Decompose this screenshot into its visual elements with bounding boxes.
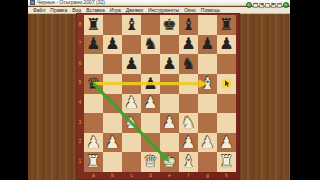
- square-e3[interactable]: ♟: [160, 113, 179, 133]
- square-g5[interactable]: ♝: [198, 74, 217, 94]
- square-c2[interactable]: [122, 133, 141, 153]
- record-button[interactable]: [246, 2, 252, 8]
- chess-app-window: Черные - Отыграно 2007 (32) Файл Правка …: [28, 0, 290, 180]
- square-a2[interactable]: ♟: [84, 133, 103, 153]
- first-move-button[interactable]: ⏮: [253, 3, 258, 8]
- square-a3[interactable]: [84, 113, 103, 133]
- file-label-g: g: [198, 173, 217, 180]
- square-g3[interactable]: [198, 113, 217, 133]
- square-c4[interactable]: ♟: [122, 94, 141, 114]
- piece-black-king: ♚: [162, 16, 176, 32]
- piece-black-rook: ♜: [86, 16, 100, 32]
- square-h8[interactable]: ♜: [217, 15, 236, 35]
- square-d3[interactable]: [141, 113, 160, 133]
- menu-item-window[interactable]: Окно: [184, 8, 196, 13]
- rank-label-5: 5: [76, 74, 84, 94]
- square-c7[interactable]: [122, 35, 141, 55]
- file-labels: abcdefgh: [84, 173, 236, 180]
- rank-label-3: 3: [76, 113, 84, 133]
- square-h7[interactable]: ♟: [217, 35, 236, 55]
- rank-label-2: 2: [76, 133, 84, 153]
- square-e2[interactable]: [160, 133, 179, 153]
- file-label-d: d: [141, 173, 160, 180]
- piece-white-rook: ♜: [219, 154, 233, 170]
- piece-black-pawn: ♟: [200, 36, 214, 52]
- square-d2[interactable]: [141, 133, 160, 153]
- square-c1[interactable]: [122, 152, 141, 172]
- menu-item-file[interactable]: Файл: [33, 8, 45, 13]
- menu-item-insert[interactable]: Вставка: [86, 8, 105, 13]
- letterbox-right: [290, 0, 320, 180]
- piece-black-knight: ♞: [143, 36, 157, 52]
- square-f2[interactable]: ♟: [179, 133, 198, 153]
- file-label-c: c: [122, 173, 141, 180]
- square-g7[interactable]: ♟: [198, 35, 217, 55]
- piece-white-king: ♚: [162, 154, 176, 170]
- square-h4[interactable]: [217, 94, 236, 114]
- menu-item-game[interactable]: Игра: [110, 8, 121, 13]
- square-h3[interactable]: [217, 113, 236, 133]
- last-move-button[interactable]: ⏭: [277, 3, 282, 8]
- menu-item-help[interactable]: Помощь: [201, 8, 220, 13]
- square-c5[interactable]: [122, 74, 141, 94]
- square-e6[interactable]: ♟: [160, 54, 179, 74]
- stop-button[interactable]: ▪: [265, 3, 270, 8]
- square-e8[interactable]: ♚: [160, 15, 179, 35]
- square-f1[interactable]: ♝: [179, 152, 198, 172]
- square-f6[interactable]: ♞: [179, 54, 198, 74]
- square-g6[interactable]: [198, 54, 217, 74]
- square-b1[interactable]: [103, 152, 122, 172]
- square-f3[interactable]: ♞: [179, 113, 198, 133]
- square-e4[interactable]: [160, 94, 179, 114]
- square-e1[interactable]: ♚: [160, 152, 179, 172]
- piece-white-pawn: ♟: [162, 114, 176, 130]
- file-label-e: e: [160, 173, 179, 180]
- piece-black-pawn: ♟: [181, 36, 195, 52]
- piece-white-pawn: ♟: [219, 134, 233, 150]
- piece-white-bishop: ♝: [181, 154, 195, 170]
- square-d6[interactable]: [141, 54, 160, 74]
- piece-white-pawn: ♟: [105, 134, 119, 150]
- chess-board: 87654321 ♜♝♚♝♜♟♟♞♟♟♟♟♟♞♛♟♝♟♟♞♟♞♟♟♟♟♟♜♛♚♝…: [76, 13, 240, 180]
- square-a8[interactable]: ♜: [84, 15, 103, 35]
- rank-label-4: 4: [76, 94, 84, 114]
- piece-black-pawn: ♟: [105, 36, 119, 52]
- piece-black-pawn: ♟: [124, 56, 138, 72]
- square-b6[interactable]: [103, 54, 122, 74]
- file-label-a: a: [84, 173, 103, 180]
- square-g4[interactable]: [198, 94, 217, 114]
- square-d7[interactable]: ♞: [141, 35, 160, 55]
- piece-black-queen: ♛: [86, 75, 100, 91]
- square-a1[interactable]: ♜: [84, 152, 103, 172]
- piece-white-pawn: ♟: [124, 95, 138, 111]
- square-a7[interactable]: ♟: [84, 35, 103, 55]
- square-c6[interactable]: ♟: [122, 54, 141, 74]
- square-f5[interactable]: [179, 74, 198, 94]
- square-h1[interactable]: ♜: [217, 152, 236, 172]
- play-button[interactable]: [283, 2, 289, 8]
- square-c3[interactable]: ♞: [122, 113, 141, 133]
- menu-item-edit[interactable]: Правка: [50, 8, 67, 13]
- file-label-f: f: [179, 173, 198, 180]
- letterbox-left: [0, 0, 28, 180]
- rank-labels: 87654321: [76, 15, 84, 172]
- next-move-button[interactable]: ▶: [271, 3, 276, 8]
- square-f8[interactable]: ♝: [179, 15, 198, 35]
- square-e7[interactable]: [160, 35, 179, 55]
- app-icon: [30, 0, 35, 5]
- square-h2[interactable]: ♟: [217, 133, 236, 153]
- file-label-b: b: [103, 173, 122, 180]
- piece-white-pawn: ♟: [86, 134, 100, 150]
- piece-white-pawn: ♟: [143, 95, 157, 111]
- square-d1[interactable]: ♛: [141, 152, 160, 172]
- rank-label-1: 1: [76, 152, 84, 172]
- rank-label-7: 7: [76, 35, 84, 55]
- menu-item-view[interactable]: Вид: [72, 8, 81, 13]
- square-h5[interactable]: [217, 74, 236, 94]
- square-g8[interactable]: [198, 15, 217, 35]
- piece-black-rook: ♜: [219, 16, 233, 32]
- piece-white-bishop: ♝: [200, 75, 214, 91]
- square-g2[interactable]: ♟: [198, 133, 217, 153]
- piece-black-pawn: ♟: [86, 36, 100, 52]
- square-a4[interactable]: [84, 94, 103, 114]
- square-b8[interactable]: [103, 15, 122, 35]
- file-label-h: h: [217, 173, 236, 180]
- square-d4[interactable]: ♟: [141, 94, 160, 114]
- square-e5[interactable]: [160, 74, 179, 94]
- piece-black-knight: ♞: [181, 56, 195, 72]
- square-d5[interactable]: ♟: [141, 74, 160, 94]
- piece-white-knight: ♞: [124, 114, 138, 130]
- rank-label-8: 8: [76, 15, 84, 35]
- board-grid: ♜♝♚♝♜♟♟♞♟♟♟♟♟♞♛♟♝♟♟♞♟♞♟♟♟♟♟♜♛♚♝♜: [84, 15, 236, 172]
- piece-white-pawn: ♟: [200, 134, 214, 150]
- piece-white-pawn: ♟: [181, 134, 195, 150]
- piece-black-bishop: ♝: [124, 16, 138, 32]
- piece-black-bishop: ♝: [181, 16, 195, 32]
- menu-item-tools[interactable]: Инструменты: [148, 8, 179, 13]
- piece-white-queen: ♛: [143, 154, 157, 170]
- square-b5[interactable]: [103, 74, 122, 94]
- square-b3[interactable]: [103, 113, 122, 133]
- square-c8[interactable]: ♝: [122, 15, 141, 35]
- square-a5[interactable]: ♛: [84, 74, 103, 94]
- piece-white-rook: ♜: [86, 154, 100, 170]
- square-b4[interactable]: [103, 94, 122, 114]
- piece-black-pawn: ♟: [219, 36, 233, 52]
- piece-black-pawn: ♟: [143, 75, 157, 91]
- prev-move-button[interactable]: ◀: [259, 3, 264, 8]
- square-b7[interactable]: ♟: [103, 35, 122, 55]
- square-d8[interactable]: [141, 15, 160, 35]
- nav-toolbar: ⏮ ◀ ▪ ▶ ⏭: [246, 1, 289, 9]
- rank-label-6: 6: [76, 54, 84, 74]
- piece-white-knight: ♞: [181, 114, 195, 130]
- square-g1[interactable]: [198, 152, 217, 172]
- piece-black-pawn: ♟: [162, 56, 176, 72]
- square-f4[interactable]: [179, 94, 198, 114]
- square-h6[interactable]: [217, 54, 236, 74]
- square-b2[interactable]: ♟: [103, 133, 122, 153]
- square-f7[interactable]: ♟: [179, 35, 198, 55]
- window-title: Черные - Отыграно 2007 (32): [37, 0, 105, 5]
- menu-item-engines[interactable]: Движки: [126, 8, 143, 13]
- square-a6[interactable]: [84, 54, 103, 74]
